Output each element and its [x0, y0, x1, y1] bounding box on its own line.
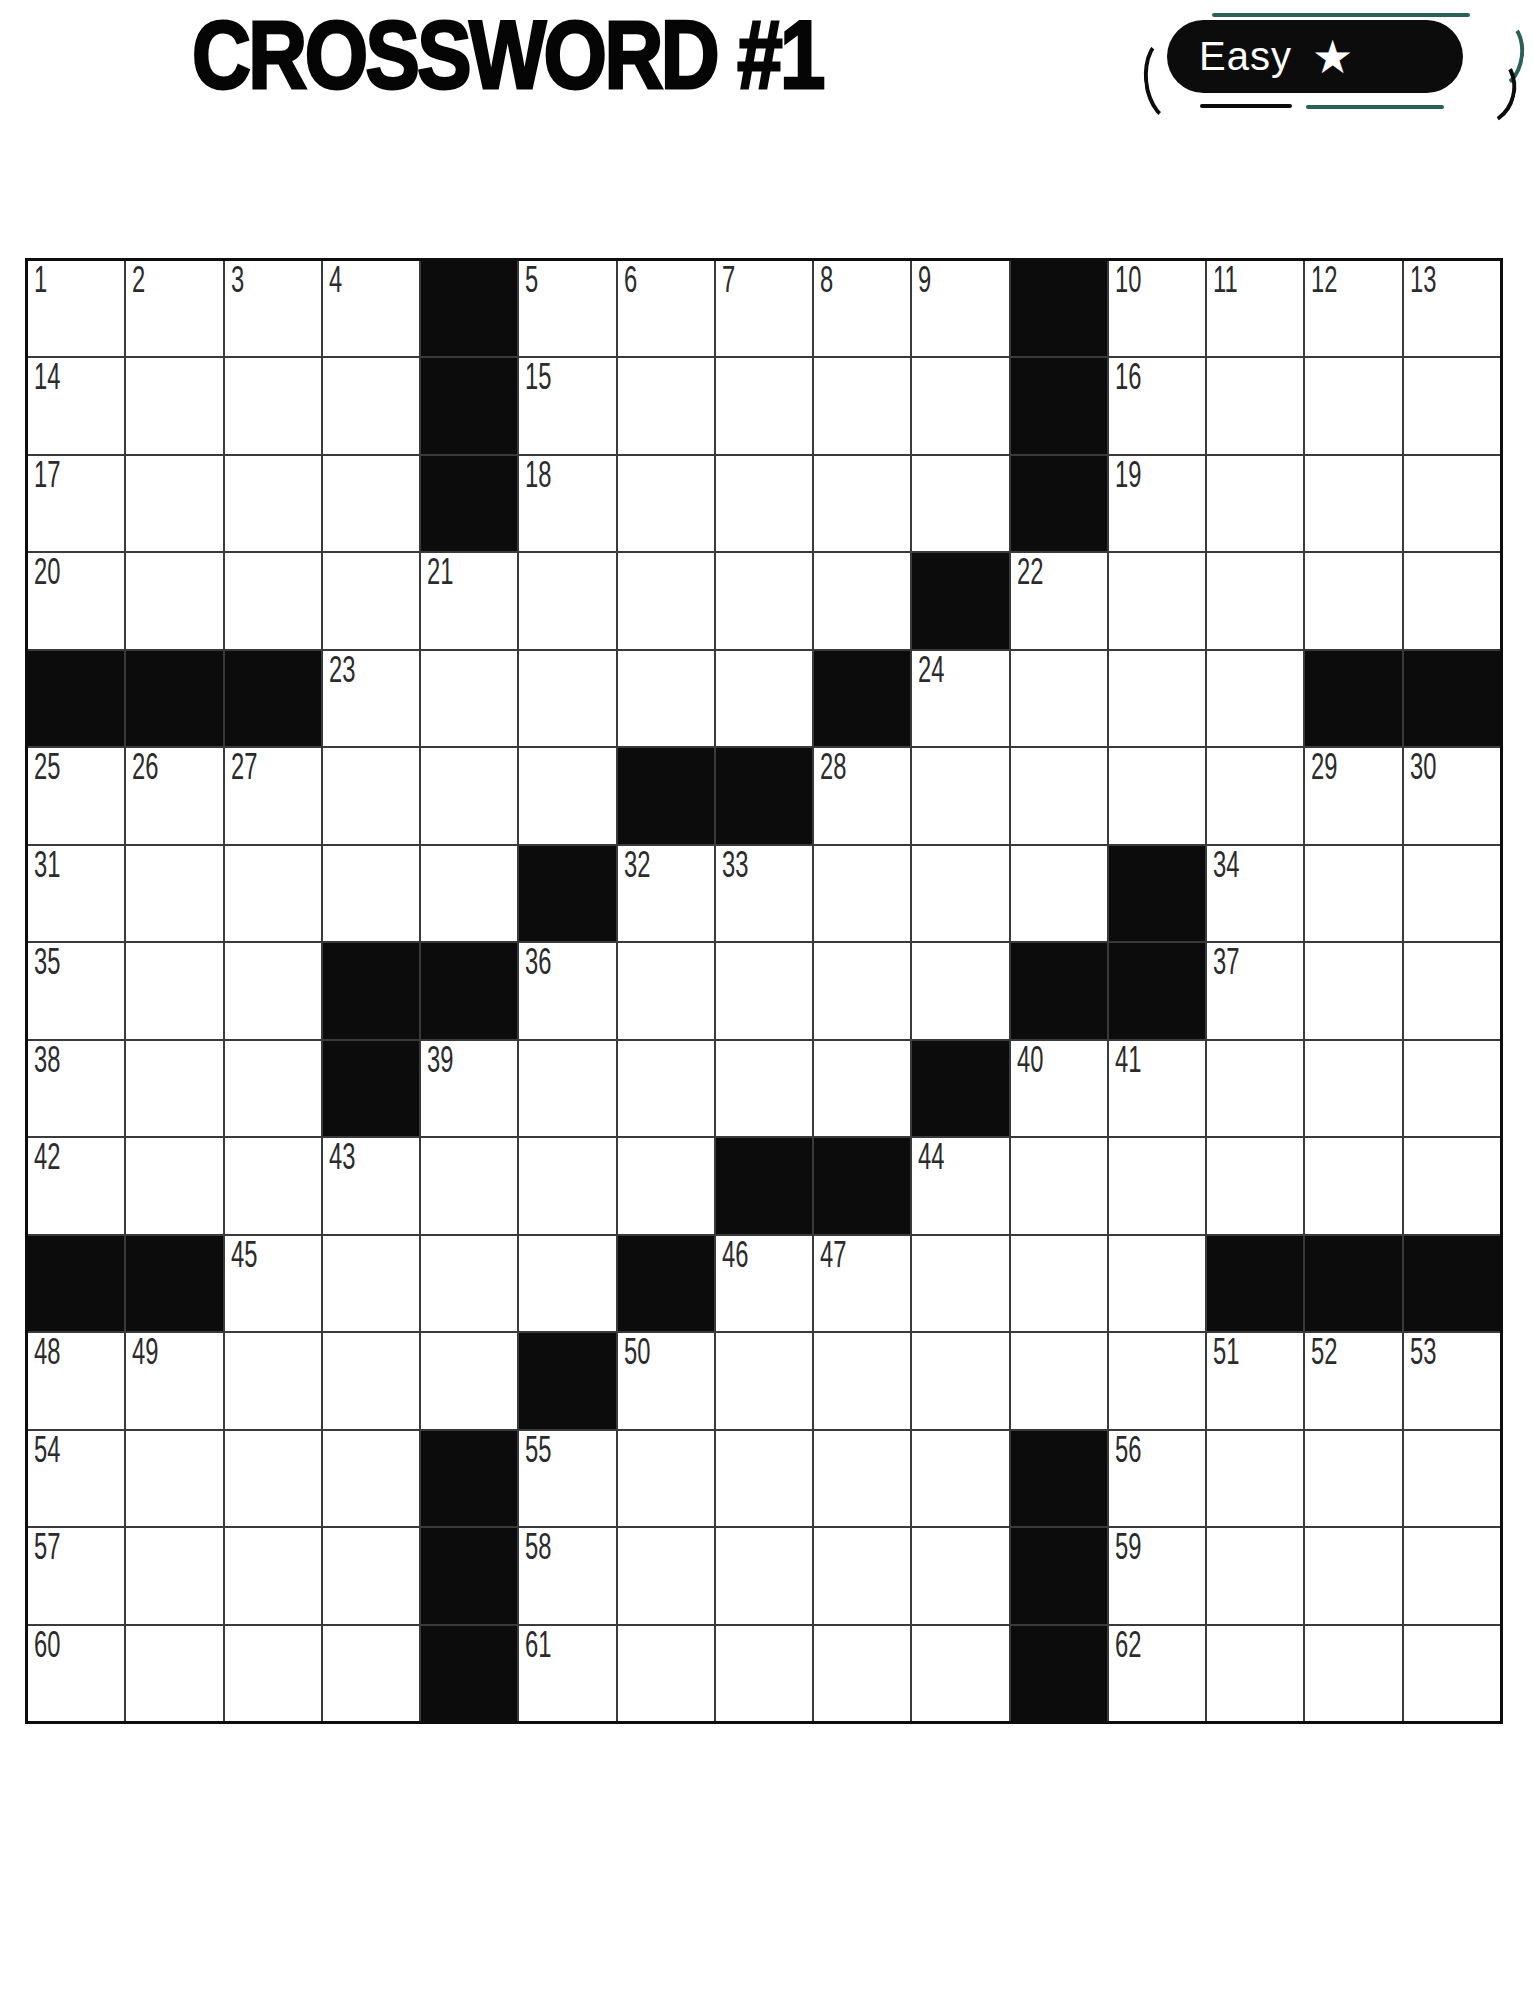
clue-number: 5 — [525, 263, 538, 297]
letter-cell[interactable]: 36 — [519, 943, 615, 1038]
clue-number: 31 — [34, 848, 60, 882]
badge-right-teal-arc — [1467, 15, 1529, 94]
letter-cell[interactable] — [1404, 1041, 1500, 1136]
letter-cell[interactable]: 60 — [28, 1626, 124, 1721]
black-cell — [1109, 943, 1205, 1038]
letter-cell[interactable] — [1109, 553, 1205, 648]
page-root: CROSSWORD #1 Easy ★ 12345678910111213141… — [0, 0, 1533, 2000]
letter-cell[interactable] — [1404, 1138, 1500, 1233]
clue-number: 62 — [1115, 1628, 1141, 1662]
letter-cell[interactable] — [421, 1333, 517, 1428]
letter-cell[interactable]: 13 — [1404, 261, 1500, 356]
letter-cell[interactable] — [912, 1236, 1008, 1331]
letter-cell[interactable] — [421, 1236, 517, 1331]
letter-cell[interactable]: 20 — [28, 553, 124, 648]
letter-cell[interactable] — [1207, 456, 1303, 551]
letter-cell[interactable]: 31 — [28, 846, 124, 941]
clue-number: 36 — [525, 945, 551, 979]
letter-cell[interactable] — [1011, 651, 1107, 746]
letter-cell[interactable] — [716, 1431, 812, 1526]
letter-cell[interactable] — [126, 943, 222, 1038]
letter-cell[interactable]: 25 — [28, 748, 124, 843]
clue-number: 48 — [34, 1335, 60, 1369]
clue-number: 59 — [1115, 1530, 1141, 1564]
letter-cell[interactable] — [225, 1431, 321, 1526]
letter-cell[interactable]: 9 — [912, 261, 1008, 356]
clue-number: 57 — [34, 1530, 60, 1564]
letter-cell[interactable] — [421, 1138, 517, 1233]
clue-number: 12 — [1311, 263, 1337, 297]
black-cell — [1011, 1626, 1107, 1721]
clue-number: 10 — [1115, 263, 1141, 297]
letter-cell[interactable] — [618, 943, 714, 1038]
black-cell — [421, 1626, 517, 1721]
black-cell — [421, 943, 517, 1038]
letter-cell[interactable] — [1109, 1333, 1205, 1428]
letter-cell[interactable]: 40 — [1011, 1041, 1107, 1136]
clue-number: 14 — [34, 360, 60, 394]
clue-number: 29 — [1311, 750, 1337, 784]
letter-cell[interactable] — [323, 748, 419, 843]
letter-cell[interactable] — [618, 358, 714, 453]
letter-cell[interactable]: 32 — [618, 846, 714, 941]
letter-cell[interactable]: 8 — [814, 261, 910, 356]
clue-number: 22 — [1017, 555, 1043, 589]
letter-cell[interactable]: 46 — [716, 1236, 812, 1331]
black-cell — [1305, 651, 1401, 746]
letter-cell[interactable] — [1207, 1041, 1303, 1136]
clue-number: 28 — [820, 750, 846, 784]
letter-cell[interactable]: 7 — [716, 261, 812, 356]
letter-cell[interactable]: 59 — [1109, 1528, 1205, 1623]
clue-number: 2 — [132, 263, 145, 297]
badge-bottom-teal-line — [1306, 105, 1444, 109]
letter-cell[interactable] — [1305, 358, 1401, 453]
black-cell — [323, 1041, 419, 1136]
clue-number: 24 — [918, 653, 944, 687]
clue-number: 9 — [918, 263, 931, 297]
clue-number: 40 — [1017, 1043, 1043, 1077]
black-cell — [1011, 1431, 1107, 1526]
letter-cell[interactable] — [126, 846, 222, 941]
clue-number: 56 — [1115, 1433, 1141, 1467]
letter-cell[interactable] — [519, 748, 615, 843]
letter-cell[interactable] — [912, 748, 1008, 843]
letter-cell[interactable] — [1011, 748, 1107, 843]
letter-cell[interactable] — [716, 358, 812, 453]
black-cell — [1207, 1236, 1303, 1331]
letter-cell[interactable] — [618, 1138, 714, 1233]
black-cell — [519, 846, 615, 941]
clue-number: 23 — [329, 653, 355, 687]
clue-number: 15 — [525, 360, 551, 394]
letter-cell[interactable] — [814, 943, 910, 1038]
letter-cell[interactable] — [1011, 1333, 1107, 1428]
letter-cell[interactable] — [814, 553, 910, 648]
black-cell — [716, 1138, 812, 1233]
letter-cell[interactable] — [1207, 1626, 1303, 1721]
clue-number: 43 — [329, 1140, 355, 1174]
letter-cell[interactable]: 29 — [1305, 748, 1401, 843]
clue-number: 19 — [1115, 458, 1141, 492]
letter-cell[interactable]: 17 — [28, 456, 124, 551]
letter-cell[interactable]: 11 — [1207, 261, 1303, 356]
letter-cell[interactable]: 12 — [1305, 261, 1401, 356]
letter-cell[interactable] — [1404, 456, 1500, 551]
clue-number: 38 — [34, 1043, 60, 1077]
black-cell — [1011, 456, 1107, 551]
letter-cell[interactable]: 49 — [126, 1333, 222, 1428]
letter-cell[interactable] — [618, 1431, 714, 1526]
letter-cell[interactable]: 44 — [912, 1138, 1008, 1233]
clue-number: 46 — [722, 1238, 748, 1272]
black-cell — [814, 651, 910, 746]
letter-cell[interactable]: 10 — [1109, 261, 1205, 356]
clue-number: 4 — [329, 263, 342, 297]
clue-number: 34 — [1213, 848, 1239, 882]
letter-cell[interactable] — [323, 1431, 419, 1526]
black-cell — [323, 943, 419, 1038]
clue-number: 41 — [1115, 1043, 1141, 1077]
letter-cell[interactable] — [912, 943, 1008, 1038]
letter-cell[interactable] — [912, 1333, 1008, 1428]
black-cell — [126, 1236, 222, 1331]
letter-cell[interactable] — [421, 748, 517, 843]
letter-cell[interactable] — [126, 1431, 222, 1526]
letter-cell[interactable]: 14 — [28, 358, 124, 453]
letter-cell[interactable]: 2 — [126, 261, 222, 356]
letter-cell[interactable] — [323, 1333, 419, 1428]
letter-cell[interactable]: 23 — [323, 651, 419, 746]
letter-cell[interactable] — [1305, 1138, 1401, 1233]
letter-cell[interactable]: 54 — [28, 1431, 124, 1526]
letter-cell[interactable] — [1109, 748, 1205, 843]
letter-cell[interactable]: 35 — [28, 943, 124, 1038]
letter-cell[interactable] — [323, 1236, 419, 1331]
letter-cell[interactable] — [225, 943, 321, 1038]
letter-cell[interactable] — [716, 1041, 812, 1136]
letter-cell[interactable] — [618, 553, 714, 648]
letter-cell[interactable]: 50 — [618, 1333, 714, 1428]
letter-cell[interactable]: 34 — [1207, 846, 1303, 941]
letter-cell[interactable] — [814, 358, 910, 453]
letter-cell[interactable]: 39 — [421, 1041, 517, 1136]
letter-cell[interactable] — [1207, 651, 1303, 746]
letter-cell[interactable] — [912, 1431, 1008, 1526]
black-cell — [618, 1236, 714, 1331]
clue-number: 39 — [427, 1043, 453, 1077]
letter-cell[interactable]: 62 — [1109, 1626, 1205, 1721]
black-cell — [716, 748, 812, 843]
letter-cell[interactable]: 6 — [618, 261, 714, 356]
clue-number: 37 — [1213, 945, 1239, 979]
clue-number: 35 — [34, 945, 60, 979]
black-cell — [912, 553, 1008, 648]
letter-cell[interactable]: 42 — [28, 1138, 124, 1233]
letter-cell[interactable]: 57 — [28, 1528, 124, 1623]
letter-cell[interactable] — [1207, 553, 1303, 648]
black-cell — [225, 651, 321, 746]
letter-cell[interactable] — [421, 846, 517, 941]
clue-number: 49 — [132, 1335, 158, 1369]
letter-cell[interactable]: 43 — [323, 1138, 419, 1233]
letter-cell[interactable] — [1305, 1528, 1401, 1623]
letter-cell[interactable]: 21 — [421, 553, 517, 648]
letter-cell[interactable] — [716, 553, 812, 648]
letter-cell[interactable] — [716, 1528, 812, 1623]
letter-cell[interactable] — [1207, 1138, 1303, 1233]
letter-cell[interactable] — [618, 456, 714, 551]
letter-cell[interactable] — [716, 1626, 812, 1721]
clue-number: 27 — [231, 750, 257, 784]
letter-cell[interactable] — [1305, 553, 1401, 648]
letter-cell[interactable] — [716, 1333, 812, 1428]
letter-cell[interactable] — [126, 1041, 222, 1136]
clue-number: 45 — [231, 1238, 257, 1272]
black-cell — [1011, 943, 1107, 1038]
clue-number: 26 — [132, 750, 158, 784]
clue-number: 1 — [34, 263, 47, 297]
black-cell — [1109, 846, 1205, 941]
letter-cell[interactable] — [225, 1333, 321, 1428]
clue-number: 13 — [1410, 263, 1436, 297]
black-cell — [126, 651, 222, 746]
letter-cell[interactable]: 26 — [126, 748, 222, 843]
letter-cell[interactable] — [1207, 748, 1303, 843]
black-cell — [421, 1528, 517, 1623]
letter-cell[interactable]: 55 — [519, 1431, 615, 1526]
clue-number: 25 — [34, 750, 60, 784]
letter-cell[interactable] — [1109, 1138, 1205, 1233]
letter-cell[interactable] — [814, 456, 910, 551]
clue-number: 11 — [1213, 263, 1238, 297]
clue-number: 20 — [34, 555, 60, 589]
letter-cell[interactable] — [1011, 1236, 1107, 1331]
star-icon: ★ — [1312, 34, 1353, 80]
clue-number: 30 — [1410, 750, 1436, 784]
letter-cell[interactable] — [126, 1528, 222, 1623]
letter-cell[interactable] — [716, 456, 812, 551]
letter-cell[interactable] — [1305, 1431, 1401, 1526]
letter-cell[interactable] — [814, 1431, 910, 1526]
black-cell — [1404, 651, 1500, 746]
letter-cell[interactable] — [225, 456, 321, 551]
black-cell — [1011, 261, 1107, 356]
letter-cell[interactable] — [323, 1528, 419, 1623]
letter-cell[interactable] — [1404, 1431, 1500, 1526]
black-cell — [421, 261, 517, 356]
page-title: CROSSWORD #1 — [192, 6, 823, 103]
clue-number: 60 — [34, 1628, 60, 1662]
letter-cell[interactable] — [1404, 1626, 1500, 1721]
letter-cell[interactable]: 18 — [519, 456, 615, 551]
clue-number: 42 — [34, 1140, 60, 1174]
clue-number: 50 — [624, 1335, 650, 1369]
letter-cell[interactable] — [519, 651, 615, 746]
letter-cell[interactable]: 15 — [519, 358, 615, 453]
letter-cell[interactable]: 19 — [1109, 456, 1205, 551]
clue-number: 7 — [722, 263, 735, 297]
clue-number: 47 — [820, 1238, 846, 1272]
letter-cell[interactable] — [1305, 1626, 1401, 1721]
letter-cell[interactable] — [1011, 846, 1107, 941]
letter-cell[interactable] — [716, 943, 812, 1038]
black-cell — [519, 1333, 615, 1428]
letter-cell[interactable] — [519, 1236, 615, 1331]
letter-cell[interactable]: 53 — [1404, 1333, 1500, 1428]
letter-cell[interactable] — [1305, 943, 1401, 1038]
letter-cell[interactable] — [814, 1626, 910, 1721]
black-cell — [421, 358, 517, 453]
letter-cell[interactable] — [225, 846, 321, 941]
letter-cell[interactable] — [519, 553, 615, 648]
letter-cell[interactable]: 30 — [1404, 748, 1500, 843]
letter-cell[interactable] — [1109, 1236, 1205, 1331]
clue-number: 3 — [231, 263, 244, 297]
letter-cell[interactable] — [225, 1528, 321, 1623]
letter-cell[interactable]: 4 — [323, 261, 419, 356]
crossword-grid: 1234567891011121314151617181920212223242… — [25, 258, 1503, 1724]
clue-number: 32 — [624, 848, 650, 882]
letter-cell[interactable] — [618, 651, 714, 746]
letter-cell[interactable] — [323, 456, 419, 551]
letter-cell[interactable]: 5 — [519, 261, 615, 356]
letter-cell[interactable] — [1207, 1528, 1303, 1623]
letter-cell[interactable]: 41 — [1109, 1041, 1205, 1136]
letter-cell[interactable] — [1404, 358, 1500, 453]
badge-top-accent-line — [1212, 13, 1470, 17]
letter-cell[interactable] — [126, 1138, 222, 1233]
black-cell — [28, 1236, 124, 1331]
letter-cell[interactable] — [126, 456, 222, 551]
clue-number: 54 — [34, 1433, 60, 1467]
letter-cell[interactable] — [1109, 651, 1205, 746]
letter-cell[interactable] — [618, 1041, 714, 1136]
black-cell — [814, 1138, 910, 1233]
letter-cell[interactable] — [1404, 846, 1500, 941]
black-cell — [421, 456, 517, 551]
letter-cell[interactable] — [814, 1041, 910, 1136]
letter-cell[interactable] — [519, 1041, 615, 1136]
clue-number: 6 — [624, 263, 637, 297]
clue-number: 61 — [525, 1628, 551, 1662]
letter-cell[interactable]: 45 — [225, 1236, 321, 1331]
letter-cell[interactable]: 38 — [28, 1041, 124, 1136]
badge-bottom-black-line — [1200, 104, 1292, 108]
letter-cell[interactable] — [323, 358, 419, 453]
clue-number: 51 — [1213, 1335, 1239, 1369]
letter-cell[interactable] — [1404, 553, 1500, 648]
letter-cell[interactable]: 27 — [225, 748, 321, 843]
letter-cell[interactable] — [323, 553, 419, 648]
letter-cell[interactable]: 61 — [519, 1626, 615, 1721]
letter-cell[interactable] — [1011, 1138, 1107, 1233]
letter-cell[interactable]: 52 — [1305, 1333, 1401, 1428]
letter-cell[interactable] — [912, 846, 1008, 941]
letter-cell[interactable]: 51 — [1207, 1333, 1303, 1428]
letter-cell[interactable] — [225, 358, 321, 453]
letter-cell[interactable] — [1207, 358, 1303, 453]
clue-number: 8 — [820, 263, 833, 297]
letter-cell[interactable] — [1305, 456, 1401, 551]
letter-cell[interactable]: 16 — [1109, 358, 1205, 453]
black-cell — [618, 748, 714, 843]
letter-cell[interactable] — [225, 1041, 321, 1136]
letter-cell[interactable] — [225, 553, 321, 648]
letter-cell[interactable] — [814, 846, 910, 941]
letter-cell[interactable] — [519, 1138, 615, 1233]
letter-cell[interactable] — [126, 1626, 222, 1721]
letter-cell[interactable] — [912, 456, 1008, 551]
letter-cell[interactable] — [912, 1528, 1008, 1623]
letter-cell[interactable] — [1305, 846, 1401, 941]
letter-cell[interactable]: 28 — [814, 748, 910, 843]
clue-number: 44 — [918, 1140, 944, 1174]
black-cell — [1305, 1236, 1401, 1331]
letter-cell[interactable]: 47 — [814, 1236, 910, 1331]
clue-number: 53 — [1410, 1335, 1436, 1369]
letter-cell[interactable]: 22 — [1011, 553, 1107, 648]
letter-cell[interactable]: 33 — [716, 846, 812, 941]
clue-number: 58 — [525, 1530, 551, 1564]
letter-cell[interactable] — [126, 358, 222, 453]
letter-cell[interactable]: 58 — [519, 1528, 615, 1623]
letter-cell[interactable] — [912, 1626, 1008, 1721]
black-cell — [912, 1041, 1008, 1136]
letter-cell[interactable] — [225, 1138, 321, 1233]
clue-number: 55 — [525, 1433, 551, 1467]
clue-number: 52 — [1311, 1335, 1337, 1369]
letter-cell[interactable]: 48 — [28, 1333, 124, 1428]
letter-cell[interactable] — [618, 1626, 714, 1721]
black-cell — [421, 1431, 517, 1526]
letter-cell[interactable]: 24 — [912, 651, 1008, 746]
clue-number: 18 — [525, 458, 551, 492]
black-cell — [1404, 1236, 1500, 1331]
letter-cell[interactable]: 37 — [1207, 943, 1303, 1038]
letter-cell[interactable] — [814, 1333, 910, 1428]
clue-number: 17 — [34, 458, 60, 492]
letter-cell[interactable] — [716, 651, 812, 746]
difficulty-badge: Easy ★ — [1167, 20, 1463, 93]
letter-cell[interactable] — [618, 1528, 714, 1623]
letter-cell[interactable] — [1305, 1041, 1401, 1136]
letter-cell[interactable] — [323, 1626, 419, 1721]
letter-cell[interactable]: 1 — [28, 261, 124, 356]
letter-cell[interactable] — [126, 553, 222, 648]
difficulty-label: Easy — [1199, 34, 1292, 79]
letter-cell[interactable] — [912, 358, 1008, 453]
black-cell — [28, 651, 124, 746]
clue-number: 21 — [427, 555, 453, 589]
letter-cell[interactable] — [421, 651, 517, 746]
letter-cell[interactable] — [1404, 1528, 1500, 1623]
letter-cell[interactable] — [814, 1528, 910, 1623]
letter-cell[interactable] — [1207, 1431, 1303, 1526]
clue-number: 16 — [1115, 360, 1141, 394]
letter-cell[interactable] — [1404, 943, 1500, 1038]
letter-cell[interactable] — [225, 1626, 321, 1721]
letter-cell[interactable]: 56 — [1109, 1431, 1205, 1526]
black-cell — [1011, 358, 1107, 453]
clue-number: 33 — [722, 848, 748, 882]
letter-cell[interactable]: 3 — [225, 261, 321, 356]
letter-cell[interactable] — [323, 846, 419, 941]
black-cell — [1011, 1528, 1107, 1623]
